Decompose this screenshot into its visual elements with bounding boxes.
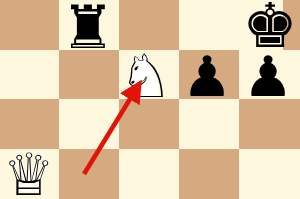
arrow-shaft [84, 86, 138, 174]
move-arrow [0, 0, 300, 199]
chess-diagram: ♜♚♞♘♟♟♛♕ [0, 0, 300, 199]
